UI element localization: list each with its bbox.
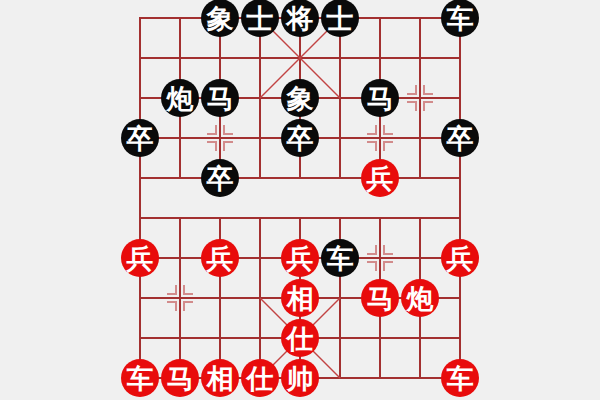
black-general-piece[interactable]: 将	[281, 0, 319, 37]
board-point-r2c8	[440, 78, 480, 118]
black-elephant-piece[interactable]: 象	[281, 79, 319, 117]
board-point-r9c7	[400, 358, 440, 398]
board-point-r1c4	[280, 38, 320, 78]
board-point-r6c4[interactable]: 兵	[280, 238, 320, 278]
board-point-r9c4[interactable]: 帅	[280, 358, 320, 398]
board-point-r2c2[interactable]: 马	[200, 78, 240, 118]
board-point-r7c7[interactable]: 炮	[400, 278, 440, 318]
black-soldier-piece[interactable]: 卒	[441, 119, 479, 157]
board-point-r8c7	[400, 318, 440, 358]
board-point-r4c2[interactable]: 卒	[200, 158, 240, 198]
board-point-r2c6[interactable]: 马	[360, 78, 400, 118]
board-point-r6c6	[360, 238, 400, 278]
board-point-r2c4[interactable]: 象	[280, 78, 320, 118]
board-point-r7c5	[320, 278, 360, 318]
board-point-r4c4	[280, 158, 320, 198]
board-point-r0c5[interactable]: 士	[320, 0, 360, 38]
board-point-r3c8[interactable]: 卒	[440, 118, 480, 158]
board-point-r3c7	[400, 118, 440, 158]
board-point-r1c7	[400, 38, 440, 78]
board-point-r8c5	[320, 318, 360, 358]
black-advisor-piece[interactable]: 士	[321, 0, 359, 37]
black-horse-piece[interactable]: 马	[201, 79, 239, 117]
board-point-r5c8	[440, 198, 480, 238]
board-point-r8c4[interactable]: 仕	[280, 318, 320, 358]
board-point-r0c1	[160, 0, 200, 38]
board-point-r1c8	[440, 38, 480, 78]
board-point-r9c8[interactable]: 车	[440, 358, 480, 398]
board-point-r7c0	[120, 278, 160, 318]
board-point-r5c4	[280, 198, 320, 238]
black-soldier-piece[interactable]: 卒	[281, 119, 319, 157]
board-point-r0c8[interactable]: 车	[440, 0, 480, 38]
board-point-r6c7	[400, 238, 440, 278]
board-point-r5c2	[200, 198, 240, 238]
black-soldier-piece[interactable]: 卒	[121, 119, 159, 157]
red-general-piece[interactable]: 帅	[281, 359, 319, 397]
board-point-r1c5	[320, 38, 360, 78]
xiangqi-board: 象士将士车炮马象马卒卒卒卒兵兵兵兵车兵相马炮仕车马相仕帅车	[0, 0, 600, 400]
board-point-r7c1	[160, 278, 200, 318]
board-point-r3c1	[160, 118, 200, 158]
red-elephant-piece[interactable]: 相	[281, 279, 319, 317]
board-point-r4c7	[400, 158, 440, 198]
red-horse-piece[interactable]: 马	[361, 279, 399, 317]
red-soldier-piece[interactable]: 兵	[281, 239, 319, 277]
board-point-r7c3	[240, 278, 280, 318]
board-point-r0c0	[120, 0, 160, 38]
black-chariot-piece[interactable]: 车	[441, 0, 479, 37]
red-soldier-piece[interactable]: 兵	[361, 159, 399, 197]
board-point-r9c3[interactable]: 仕	[240, 358, 280, 398]
board-point-r1c3	[240, 38, 280, 78]
red-soldier-piece[interactable]: 兵	[201, 239, 239, 277]
board-point-r5c0	[120, 198, 160, 238]
red-soldier-piece[interactable]: 兵	[121, 239, 159, 277]
black-soldier-piece[interactable]: 卒	[201, 159, 239, 197]
board-point-r7c6[interactable]: 马	[360, 278, 400, 318]
board-point-r4c5	[320, 158, 360, 198]
red-elephant-piece[interactable]: 相	[201, 359, 239, 397]
board-point-r9c2[interactable]: 相	[200, 358, 240, 398]
board-point-r4c6[interactable]: 兵	[360, 158, 400, 198]
board-point-r3c4[interactable]: 卒	[280, 118, 320, 158]
board-point-r1c2	[200, 38, 240, 78]
board-grid: 象士将士车炮马象马卒卒卒卒兵兵兵兵车兵相马炮仕车马相仕帅车	[120, 0, 480, 398]
board-point-r8c6	[360, 318, 400, 358]
board-point-r3c2	[200, 118, 240, 158]
black-chariot-piece[interactable]: 车	[321, 239, 359, 277]
board-point-r8c3	[240, 318, 280, 358]
board-point-r8c0	[120, 318, 160, 358]
board-point-r0c4[interactable]: 将	[280, 0, 320, 38]
board-point-r2c1[interactable]: 炮	[160, 78, 200, 118]
board-point-r0c2[interactable]: 象	[200, 0, 240, 38]
board-point-r5c1	[160, 198, 200, 238]
board-point-r1c0	[120, 38, 160, 78]
board-point-r3c3	[240, 118, 280, 158]
board-point-r9c6	[360, 358, 400, 398]
board-point-r6c3	[240, 238, 280, 278]
board-point-r3c0[interactable]: 卒	[120, 118, 160, 158]
board-point-r2c5	[320, 78, 360, 118]
red-soldier-piece[interactable]: 兵	[441, 239, 479, 277]
board-point-r6c2[interactable]: 兵	[200, 238, 240, 278]
board-point-r0c6	[360, 0, 400, 38]
board-point-r3c6	[360, 118, 400, 158]
black-cannon-piece[interactable]: 炮	[161, 79, 199, 117]
board-point-r6c0[interactable]: 兵	[120, 238, 160, 278]
board-point-r2c7	[400, 78, 440, 118]
board-point-r1c1	[160, 38, 200, 78]
board-point-r8c1	[160, 318, 200, 358]
red-horse-piece[interactable]: 马	[161, 359, 199, 397]
board-point-r5c5	[320, 198, 360, 238]
board-point-r4c8	[440, 158, 480, 198]
board-point-r6c1	[160, 238, 200, 278]
board-point-r6c8[interactable]: 兵	[440, 238, 480, 278]
board-point-r7c2	[200, 278, 240, 318]
board-point-r5c7	[400, 198, 440, 238]
board-point-r5c3	[240, 198, 280, 238]
board-point-r5c6	[360, 198, 400, 238]
red-advisor-piece[interactable]: 仕	[281, 319, 319, 357]
black-elephant-piece[interactable]: 象	[201, 0, 239, 37]
black-advisor-piece[interactable]: 士	[241, 0, 279, 37]
board-point-r6c5[interactable]: 车	[320, 238, 360, 278]
board-point-r9c1[interactable]: 马	[160, 358, 200, 398]
board-point-r9c5	[320, 358, 360, 398]
board-point-r0c3[interactable]: 士	[240, 0, 280, 38]
red-advisor-piece[interactable]: 仕	[241, 359, 279, 397]
board-point-r8c8	[440, 318, 480, 358]
board-point-r3c5	[320, 118, 360, 158]
board-point-r4c3	[240, 158, 280, 198]
red-chariot-piece[interactable]: 车	[121, 359, 159, 397]
board-point-r2c0	[120, 78, 160, 118]
red-cannon-piece[interactable]: 炮	[401, 279, 439, 317]
red-chariot-piece[interactable]: 车	[441, 359, 479, 397]
board-point-r1c6	[360, 38, 400, 78]
board-point-r8c2	[200, 318, 240, 358]
board-point-r0c7	[400, 0, 440, 38]
black-horse-piece[interactable]: 马	[361, 79, 399, 117]
board-point-r7c4[interactable]: 相	[280, 278, 320, 318]
board-point-r7c8	[440, 278, 480, 318]
board-point-r2c3	[240, 78, 280, 118]
board-point-r9c0[interactable]: 车	[120, 358, 160, 398]
board-point-r4c0	[120, 158, 160, 198]
board-point-r4c1	[160, 158, 200, 198]
